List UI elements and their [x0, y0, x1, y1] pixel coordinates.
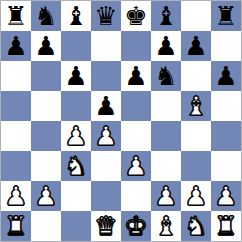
square-a6[interactable]	[1, 61, 31, 91]
square-f6[interactable]: ♞	[151, 61, 181, 91]
square-h6[interactable]: ♟	[211, 61, 241, 91]
white-pawn-d4[interactable]: ♟	[94, 121, 117, 151]
white-bishop-f1[interactable]: ♝	[154, 211, 177, 241]
square-e2[interactable]	[121, 181, 151, 211]
square-c8[interactable]: ♝	[61, 1, 91, 31]
white-pawn-a2[interactable]: ♟	[4, 181, 27, 211]
square-b7[interactable]: ♟	[31, 31, 61, 61]
black-pawn-f7[interactable]: ♟	[154, 31, 177, 61]
white-bishop-g5[interactable]: ♝	[184, 91, 207, 121]
black-pawn-d5[interactable]: ♟	[94, 91, 117, 121]
square-d3[interactable]	[91, 151, 121, 181]
black-knight-b8[interactable]: ♞	[34, 1, 57, 31]
square-e1[interactable]: ♚	[121, 211, 151, 241]
square-g8[interactable]	[181, 1, 211, 31]
square-h8[interactable]: ♜	[211, 1, 241, 31]
square-c1[interactable]	[61, 211, 91, 241]
square-d4[interactable]: ♟	[91, 121, 121, 151]
square-e7[interactable]	[121, 31, 151, 61]
square-a2[interactable]: ♟	[1, 181, 31, 211]
square-a7[interactable]: ♟	[1, 31, 31, 61]
square-g7[interactable]: ♟	[181, 31, 211, 61]
square-h4[interactable]	[211, 121, 241, 151]
square-f3[interactable]	[151, 151, 181, 181]
black-bishop-c8[interactable]: ♝	[64, 1, 87, 31]
square-c7[interactable]	[61, 31, 91, 61]
white-pawn-g2[interactable]: ♟	[184, 181, 207, 211]
square-a8[interactable]: ♜	[1, 1, 31, 31]
white-pawn-b2[interactable]: ♟	[34, 181, 57, 211]
square-d7[interactable]	[91, 31, 121, 61]
square-b6[interactable]	[31, 61, 61, 91]
square-b1[interactable]	[31, 211, 61, 241]
square-b3[interactable]	[31, 151, 61, 181]
square-f2[interactable]: ♟	[151, 181, 181, 211]
square-g1[interactable]: ♞	[181, 211, 211, 241]
white-rook-a1[interactable]: ♜	[4, 211, 27, 241]
square-b8[interactable]: ♞	[31, 1, 61, 31]
square-e3[interactable]: ♟	[121, 151, 151, 181]
square-g2[interactable]: ♟	[181, 181, 211, 211]
square-f5[interactable]	[151, 91, 181, 121]
square-d2[interactable]	[91, 181, 121, 211]
black-rook-h8[interactable]: ♜	[214, 1, 237, 31]
square-f1[interactable]: ♝	[151, 211, 181, 241]
square-g5[interactable]: ♝	[181, 91, 211, 121]
square-e8[interactable]: ♚	[121, 1, 151, 31]
square-d8[interactable]: ♛	[91, 1, 121, 31]
square-h3[interactable]	[211, 151, 241, 181]
square-c2[interactable]	[61, 181, 91, 211]
square-g4[interactable]	[181, 121, 211, 151]
white-knight-g1[interactable]: ♞	[184, 211, 207, 241]
square-c6[interactable]: ♟	[61, 61, 91, 91]
white-pawn-e3[interactable]: ♟	[124, 151, 147, 181]
square-a4[interactable]	[1, 121, 31, 151]
square-f8[interactable]: ♝	[151, 1, 181, 31]
black-pawn-b7[interactable]: ♟	[34, 31, 57, 61]
square-b2[interactable]: ♟	[31, 181, 61, 211]
white-pawn-h2[interactable]: ♟	[214, 181, 237, 211]
square-h7[interactable]	[211, 31, 241, 61]
square-e4[interactable]	[121, 121, 151, 151]
square-h1[interactable]: ♜	[211, 211, 241, 241]
square-h5[interactable]	[211, 91, 241, 121]
white-queen-d1[interactable]: ♛	[94, 211, 117, 241]
black-pawn-e6[interactable]: ♟	[124, 61, 147, 91]
square-d1[interactable]: ♛	[91, 211, 121, 241]
black-king-e8[interactable]: ♚	[124, 1, 147, 31]
square-e5[interactable]	[121, 91, 151, 121]
black-knight-f6[interactable]: ♞	[154, 61, 177, 91]
black-pawn-c6[interactable]: ♟	[64, 61, 87, 91]
square-c5[interactable]	[61, 91, 91, 121]
square-b5[interactable]	[31, 91, 61, 121]
black-pawn-h6[interactable]: ♟	[214, 61, 237, 91]
square-c3[interactable]: ♞	[61, 151, 91, 181]
square-d5[interactable]: ♟	[91, 91, 121, 121]
white-pawn-f2[interactable]: ♟	[154, 181, 177, 211]
white-king-e1[interactable]: ♚	[124, 211, 147, 241]
white-knight-c3[interactable]: ♞	[64, 151, 87, 181]
black-pawn-a7[interactable]: ♟	[4, 31, 27, 61]
square-g3[interactable]	[181, 151, 211, 181]
square-e6[interactable]: ♟	[121, 61, 151, 91]
square-b4[interactable]	[31, 121, 61, 151]
square-c4[interactable]: ♟	[61, 121, 91, 151]
square-f7[interactable]: ♟	[151, 31, 181, 61]
square-f4[interactable]	[151, 121, 181, 151]
chess-board: ♜♞♝♛♚♝♜♟♟♟♟♟♟♞♟♟♝♟♟♞♟♟♟♟♟♟♜♛♚♝♞♜	[0, 0, 242, 242]
square-d6[interactable]	[91, 61, 121, 91]
square-h2[interactable]: ♟	[211, 181, 241, 211]
white-rook-h1[interactable]: ♜	[214, 211, 237, 241]
black-pawn-g7[interactable]: ♟	[184, 31, 207, 61]
square-g6[interactable]	[181, 61, 211, 91]
black-queen-d8[interactable]: ♛	[94, 1, 117, 31]
black-rook-a8[interactable]: ♜	[4, 1, 27, 31]
square-a3[interactable]	[1, 151, 31, 181]
white-pawn-c4[interactable]: ♟	[64, 121, 87, 151]
square-a5[interactable]	[1, 91, 31, 121]
black-bishop-f8[interactable]: ♝	[154, 1, 177, 31]
square-a1[interactable]: ♜	[1, 211, 31, 241]
